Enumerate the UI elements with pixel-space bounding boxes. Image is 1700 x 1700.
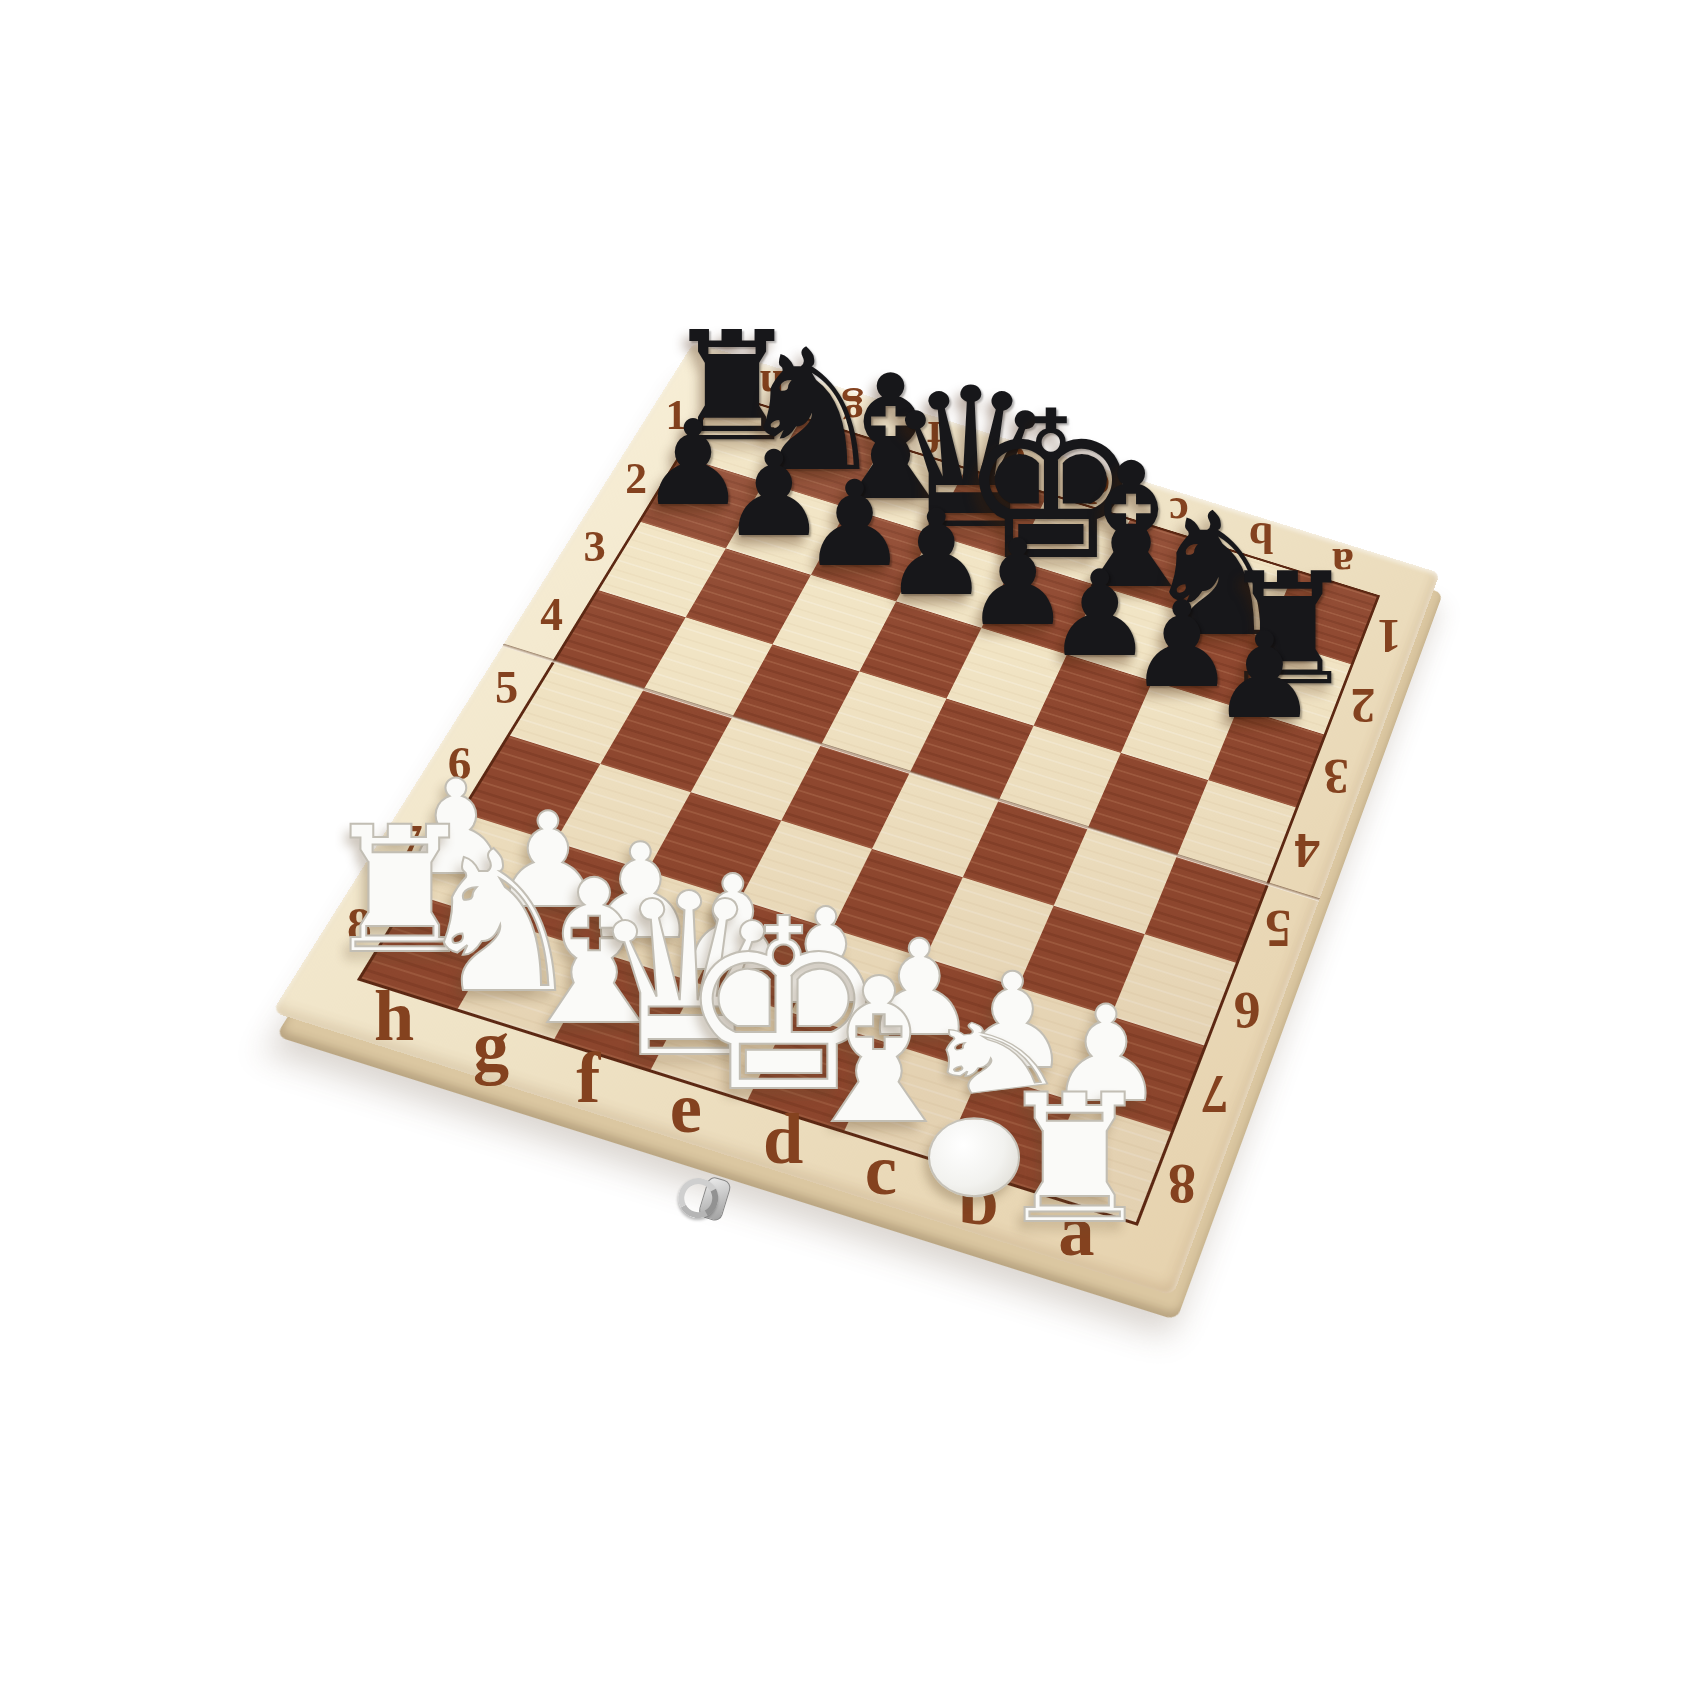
photo-scene: 1122334455667788hhggffeeddccbbaa♜♞♝♛♚♝♞♜… — [0, 0, 1700, 1700]
latch-hook-icon — [673, 1173, 723, 1223]
chess-board[interactable] — [272, 342, 1440, 1296]
latch-plate — [697, 1175, 732, 1222]
